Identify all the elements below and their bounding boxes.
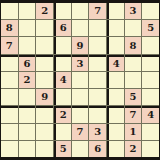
cell-r3c2[interactable]	[19, 37, 36, 53]
cell-r9c7[interactable]	[107, 141, 124, 157]
cell-r2c8[interactable]	[125, 20, 142, 36]
cell-r7c8[interactable]: 7	[125, 106, 142, 122]
cell-r2c3[interactable]	[36, 20, 53, 36]
cell-r3c8[interactable]: 8	[125, 37, 142, 53]
cell-r8c7[interactable]	[107, 124, 124, 140]
sudoku-grid: 2738657986342495274731562	[1, 3, 159, 157]
cell-r9c6[interactable]: 6	[89, 141, 106, 157]
cell-r4c3[interactable]	[36, 55, 53, 71]
cell-r8c5[interactable]: 7	[72, 124, 89, 140]
cell-r5c5[interactable]	[72, 72, 89, 88]
cell-r1c1[interactable]	[1, 3, 18, 19]
cell-r1c8[interactable]: 3	[125, 3, 142, 19]
cell-r8c9[interactable]	[142, 124, 159, 140]
cell-r3c6[interactable]	[89, 37, 106, 53]
cell-r8c8[interactable]: 1	[125, 124, 142, 140]
cell-r5c7[interactable]	[107, 72, 124, 88]
cell-r2c6[interactable]	[89, 20, 106, 36]
cell-r9c5[interactable]	[72, 141, 89, 157]
cell-r3c9[interactable]	[142, 37, 159, 53]
cell-r1c4[interactable]	[54, 3, 71, 19]
cell-r9c9[interactable]	[142, 141, 159, 157]
cell-r3c3[interactable]	[36, 37, 53, 53]
cell-r1c6[interactable]: 7	[89, 3, 106, 19]
cell-r5c9[interactable]	[142, 72, 159, 88]
cell-r9c2[interactable]	[19, 141, 36, 157]
sudoku-board: 2738657986342495274731562	[0, 0, 160, 160]
cell-r6c4[interactable]	[54, 89, 71, 105]
cell-r7c5[interactable]	[72, 106, 89, 122]
cell-r9c4[interactable]: 5	[54, 141, 71, 157]
cell-r9c8[interactable]: 2	[125, 141, 142, 157]
cell-r1c7[interactable]	[107, 3, 124, 19]
cell-r8c3[interactable]	[36, 124, 53, 140]
cell-r1c2[interactable]	[19, 3, 36, 19]
cell-r4c7[interactable]: 4	[107, 55, 124, 71]
cell-r4c6[interactable]	[89, 55, 106, 71]
cell-r6c7[interactable]	[107, 89, 124, 105]
cell-r2c1[interactable]: 8	[1, 20, 18, 36]
cell-r5c1[interactable]	[1, 72, 18, 88]
cell-r4c2[interactable]: 6	[19, 55, 36, 71]
cell-r8c1[interactable]	[1, 124, 18, 140]
cell-r7c1[interactable]	[1, 106, 18, 122]
cell-r5c8[interactable]	[125, 72, 142, 88]
cell-r7c9[interactable]: 4	[142, 106, 159, 122]
cell-r4c9[interactable]	[142, 55, 159, 71]
cell-r6c3[interactable]: 9	[36, 89, 53, 105]
cell-r6c6[interactable]	[89, 89, 106, 105]
cell-r7c6[interactable]	[89, 106, 106, 122]
cell-r4c1[interactable]	[1, 55, 18, 71]
cell-r3c1[interactable]: 7	[1, 37, 18, 53]
cell-r8c6[interactable]: 3	[89, 124, 106, 140]
cell-r6c9[interactable]	[142, 89, 159, 105]
cell-r6c5[interactable]	[72, 89, 89, 105]
cell-r4c4[interactable]	[54, 55, 71, 71]
cell-r3c5[interactable]: 9	[72, 37, 89, 53]
cell-r9c1[interactable]	[1, 141, 18, 157]
cell-r2c4[interactable]: 6	[54, 20, 71, 36]
cell-r3c7[interactable]	[107, 37, 124, 53]
cell-r1c3[interactable]: 2	[36, 3, 53, 19]
cell-r7c4[interactable]: 2	[54, 106, 71, 122]
cell-r8c2[interactable]	[19, 124, 36, 140]
cell-r7c7[interactable]	[107, 106, 124, 122]
cell-r1c9[interactable]	[142, 3, 159, 19]
cell-r5c3[interactable]	[36, 72, 53, 88]
cell-r6c2[interactable]	[19, 89, 36, 105]
cell-r6c1[interactable]	[1, 89, 18, 105]
cell-r5c2[interactable]: 2	[19, 72, 36, 88]
cell-r8c4[interactable]	[54, 124, 71, 140]
cell-r7c2[interactable]	[19, 106, 36, 122]
cell-r2c7[interactable]	[107, 20, 124, 36]
cell-r5c4[interactable]: 4	[54, 72, 71, 88]
cell-r5c6[interactable]	[89, 72, 106, 88]
cell-r1c5[interactable]	[72, 3, 89, 19]
cell-r6c8[interactable]: 5	[125, 89, 142, 105]
cell-r2c9[interactable]: 5	[142, 20, 159, 36]
cell-r4c5[interactable]: 3	[72, 55, 89, 71]
cell-r2c2[interactable]	[19, 20, 36, 36]
cell-r9c3[interactable]	[36, 141, 53, 157]
cell-r4c8[interactable]	[125, 55, 142, 71]
cell-r7c3[interactable]	[36, 106, 53, 122]
cell-r2c5[interactable]	[72, 20, 89, 36]
cell-r3c4[interactable]	[54, 37, 71, 53]
